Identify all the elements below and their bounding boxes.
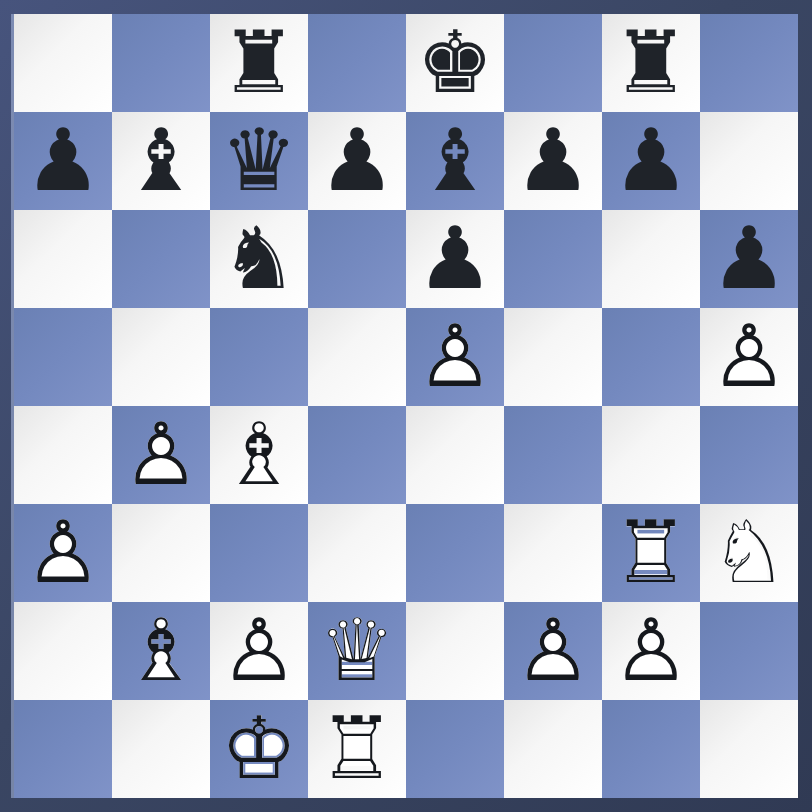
square-h8[interactable] <box>700 14 798 112</box>
square-g6[interactable] <box>602 210 700 308</box>
square-c7[interactable]: ♛ <box>210 112 308 210</box>
white-pawn-piece: ♟♙ <box>406 308 504 406</box>
square-a1[interactable] <box>14 700 112 798</box>
square-g3[interactable]: ♜♖ <box>602 504 700 602</box>
square-g8[interactable]: ♜ <box>602 14 700 112</box>
black-pawn-piece: ♟ <box>504 112 602 210</box>
square-b8[interactable] <box>112 14 210 112</box>
square-h2[interactable] <box>700 602 798 700</box>
square-b2[interactable]: ♝♗ <box>112 602 210 700</box>
square-e8[interactable]: ♚ <box>406 14 504 112</box>
square-c3[interactable] <box>210 504 308 602</box>
square-c8[interactable]: ♜ <box>210 14 308 112</box>
square-f4[interactable] <box>504 406 602 504</box>
white-pawn-piece: ♟♙ <box>210 602 308 700</box>
square-e4[interactable] <box>406 406 504 504</box>
square-g4[interactable] <box>602 406 700 504</box>
square-g1[interactable] <box>602 700 700 798</box>
piece-fill-glyph: ♟ <box>14 112 112 210</box>
white-pawn-piece: ♟♙ <box>112 406 210 504</box>
black-pawn-piece: ♟ <box>406 210 504 308</box>
square-b6[interactable] <box>112 210 210 308</box>
square-c1[interactable]: ♚♔ <box>210 700 308 798</box>
square-g2[interactable]: ♟♙ <box>602 602 700 700</box>
square-e2[interactable] <box>406 602 504 700</box>
square-h6[interactable]: ♟ <box>700 210 798 308</box>
piece-outline-glyph: ♖ <box>602 504 700 602</box>
black-bishop-piece: ♝ <box>112 112 210 210</box>
piece-fill-glyph: ♜ <box>210 14 308 112</box>
square-f3[interactable] <box>504 504 602 602</box>
square-f6[interactable] <box>504 210 602 308</box>
square-e7[interactable]: ♝ <box>406 112 504 210</box>
piece-outline-glyph: ♗ <box>112 602 210 700</box>
piece-fill-glyph: ♝ <box>112 112 210 210</box>
piece-fill-glyph: ♟ <box>504 112 602 210</box>
square-g7[interactable]: ♟ <box>602 112 700 210</box>
square-c6[interactable]: ♞ <box>210 210 308 308</box>
piece-fill-glyph: ♟ <box>308 112 406 210</box>
piece-outline-glyph: ♙ <box>406 308 504 406</box>
square-h3[interactable]: ♞♘ <box>700 504 798 602</box>
piece-fill-glyph: ♜ <box>602 14 700 112</box>
white-pawn-piece: ♟♙ <box>14 504 112 602</box>
square-f5[interactable] <box>504 308 602 406</box>
square-e3[interactable] <box>406 504 504 602</box>
piece-outline-glyph: ♖ <box>308 700 406 798</box>
square-d4[interactable] <box>308 406 406 504</box>
white-rook-piece: ♜♖ <box>602 504 700 602</box>
square-f8[interactable] <box>504 14 602 112</box>
square-a3[interactable]: ♟♙ <box>14 504 112 602</box>
square-e6[interactable]: ♟ <box>406 210 504 308</box>
piece-outline-glyph: ♙ <box>602 602 700 700</box>
board-frame: ♜♚♜♟♝♛♟♝♟♟♞♟♟♟♙♟♙♟♙♝♗♟♙♜♖♞♘♝♗♟♙♛♕♟♙♟♙♚♔♜… <box>0 0 812 812</box>
piece-fill-glyph: ♟ <box>700 210 798 308</box>
piece-outline-glyph: ♘ <box>700 504 798 602</box>
square-d1[interactable]: ♜♖ <box>308 700 406 798</box>
black-pawn-piece: ♟ <box>700 210 798 308</box>
piece-outline-glyph: ♙ <box>504 602 602 700</box>
piece-fill-glyph: ♟ <box>602 112 700 210</box>
square-d3[interactable] <box>308 504 406 602</box>
piece-fill-glyph: ♝ <box>406 112 504 210</box>
white-rook-piece: ♜♖ <box>308 700 406 798</box>
black-bishop-piece: ♝ <box>406 112 504 210</box>
black-queen-piece: ♛ <box>210 112 308 210</box>
black-pawn-piece: ♟ <box>14 112 112 210</box>
square-c2[interactable]: ♟♙ <box>210 602 308 700</box>
black-knight-piece: ♞ <box>210 210 308 308</box>
piece-outline-glyph: ♗ <box>210 406 308 504</box>
piece-fill-glyph: ♞ <box>210 210 308 308</box>
piece-outline-glyph: ♔ <box>210 700 308 798</box>
chess-board: ♜♚♜♟♝♛♟♝♟♟♞♟♟♟♙♟♙♟♙♝♗♟♙♜♖♞♘♝♗♟♙♛♕♟♙♟♙♚♔♜… <box>14 14 798 798</box>
square-c5[interactable] <box>210 308 308 406</box>
black-rook-piece: ♜ <box>602 14 700 112</box>
square-e5[interactable]: ♟♙ <box>406 308 504 406</box>
piece-outline-glyph: ♙ <box>14 504 112 602</box>
black-rook-piece: ♜ <box>210 14 308 112</box>
square-b1[interactable] <box>112 700 210 798</box>
piece-outline-glyph: ♙ <box>700 308 798 406</box>
square-d7[interactable]: ♟ <box>308 112 406 210</box>
white-pawn-piece: ♟♙ <box>504 602 602 700</box>
square-c4[interactable]: ♝♗ <box>210 406 308 504</box>
square-d2[interactable]: ♛♕ <box>308 602 406 700</box>
square-h5[interactable]: ♟♙ <box>700 308 798 406</box>
square-d5[interactable] <box>308 308 406 406</box>
square-g5[interactable] <box>602 308 700 406</box>
square-a5[interactable] <box>14 308 112 406</box>
square-b4[interactable]: ♟♙ <box>112 406 210 504</box>
white-pawn-piece: ♟♙ <box>602 602 700 700</box>
piece-fill-glyph: ♛ <box>210 112 308 210</box>
square-b3[interactable] <box>112 504 210 602</box>
square-f2[interactable]: ♟♙ <box>504 602 602 700</box>
square-a7[interactable]: ♟ <box>14 112 112 210</box>
white-queen-piece: ♛♕ <box>308 602 406 700</box>
piece-fill-glyph: ♚ <box>406 14 504 112</box>
square-a6[interactable] <box>14 210 112 308</box>
black-pawn-piece: ♟ <box>602 112 700 210</box>
square-b5[interactable] <box>112 308 210 406</box>
black-king-piece: ♚ <box>406 14 504 112</box>
white-pawn-piece: ♟♙ <box>700 308 798 406</box>
square-f1[interactable] <box>504 700 602 798</box>
square-h1[interactable] <box>700 700 798 798</box>
square-d8[interactable] <box>308 14 406 112</box>
piece-fill-glyph: ♟ <box>406 210 504 308</box>
white-bishop-piece: ♝♗ <box>210 406 308 504</box>
square-e1[interactable] <box>406 700 504 798</box>
black-pawn-piece: ♟ <box>308 112 406 210</box>
white-bishop-piece: ♝♗ <box>112 602 210 700</box>
square-d6[interactable] <box>308 210 406 308</box>
square-h7[interactable] <box>700 112 798 210</box>
square-a8[interactable] <box>14 14 112 112</box>
square-b7[interactable]: ♝ <box>112 112 210 210</box>
white-knight-piece: ♞♘ <box>700 504 798 602</box>
square-h4[interactable] <box>700 406 798 504</box>
square-a2[interactable] <box>14 602 112 700</box>
piece-outline-glyph: ♕ <box>308 602 406 700</box>
piece-outline-glyph: ♙ <box>210 602 308 700</box>
square-f7[interactable]: ♟ <box>504 112 602 210</box>
white-king-piece: ♚♔ <box>210 700 308 798</box>
square-a4[interactable] <box>14 406 112 504</box>
piece-outline-glyph: ♙ <box>112 406 210 504</box>
